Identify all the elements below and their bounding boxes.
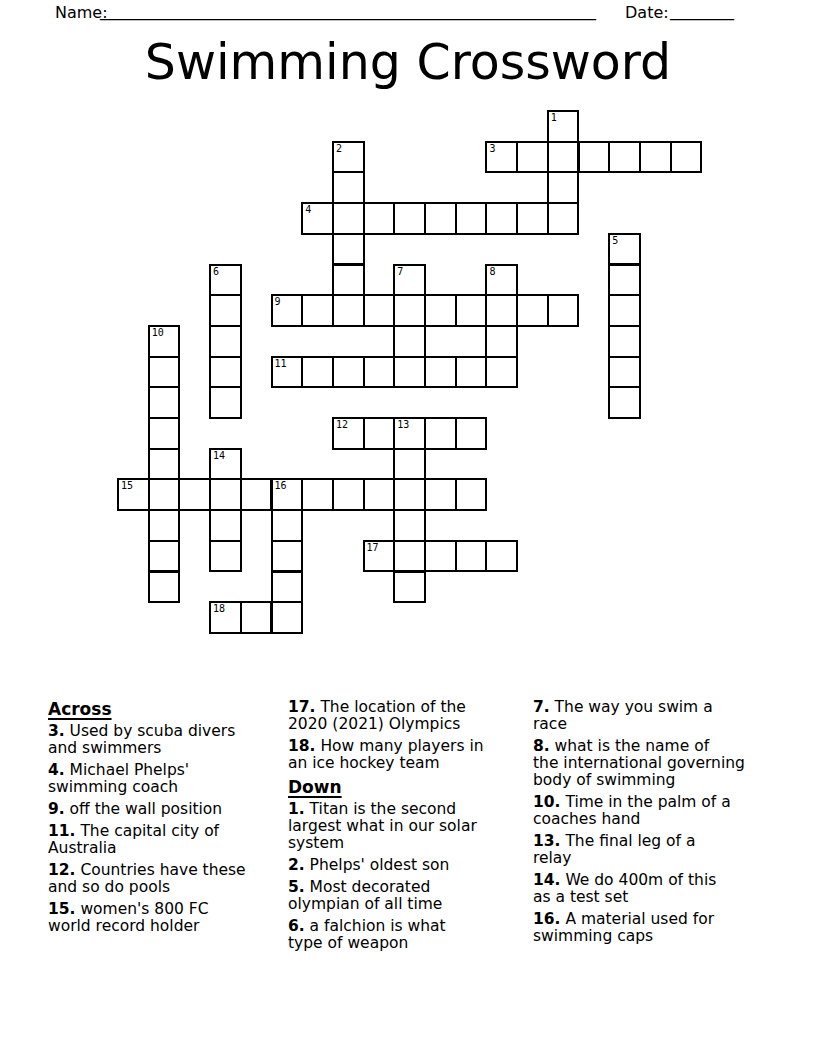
grid-cell-7-10[interactable]: 12 <box>332 417 365 450</box>
cell-number-14: 14 <box>213 450 225 462</box>
grid-cell-8-8[interactable] <box>363 356 396 389</box>
grid-cell-7-1[interactable]: 2 <box>332 141 365 174</box>
grid-cell-17-1[interactable] <box>639 141 672 174</box>
grid-cell-12-5[interactable]: 8 <box>485 264 518 297</box>
grid-cell-6-8[interactable] <box>301 356 334 389</box>
grid-cell-16-8[interactable] <box>608 356 641 389</box>
grid-cell-10-12[interactable] <box>424 478 457 511</box>
clue-1: 1. Titan is the second largest what in o… <box>288 801 528 852</box>
grid-cell-5-14[interactable] <box>271 540 304 573</box>
clue-column-1: Across3. Used by scuba divers and swimme… <box>48 699 286 940</box>
clue-3: 3. Used by scuba divers and swimmers <box>48 723 286 757</box>
clue-column-3: 7. The way you swim a race8. what is the… <box>533 699 805 950</box>
clue-number: 7. <box>533 698 550 716</box>
clue-11: 11. The capital city of Australia <box>48 823 286 857</box>
grid-cell-14-3[interactable] <box>547 202 580 235</box>
clue-2: 2. Phelps' oldest son <box>288 857 528 874</box>
grid-cell-9-8[interactable] <box>393 356 426 389</box>
grid-cell-16-1[interactable] <box>608 141 641 174</box>
grid-cell-13-6[interactable] <box>516 294 549 327</box>
clue-5: 5. Most decorated olympian of all time <box>288 879 528 913</box>
cell-number-1: 1 <box>551 112 557 124</box>
grid-cell-1-9[interactable] <box>148 386 181 419</box>
cell-number-18: 18 <box>213 603 225 615</box>
clue-4: 4. Michael Phelps' swimming coach <box>48 762 286 796</box>
grid-cell-3-11[interactable]: 14 <box>209 448 242 481</box>
grid-cell-5-16[interactable] <box>271 601 304 634</box>
grid-cell-7-12[interactable] <box>332 478 365 511</box>
grid-cell-16-5[interactable] <box>608 264 641 297</box>
cell-number-4: 4 <box>305 204 311 216</box>
grid-cell-14-1[interactable] <box>547 141 580 174</box>
grid-cell-11-14[interactable] <box>455 540 488 573</box>
clue-12: 12. Countries have these and so do pools <box>48 862 286 896</box>
clue-number: 14. <box>533 871 560 889</box>
grid-cell-9-14[interactable] <box>393 540 426 573</box>
clue-13: 13. The final leg of a relay <box>533 833 805 867</box>
cell-number-9: 9 <box>275 296 281 308</box>
clue-17: 17. The location of the 2020 (2021) Olym… <box>288 699 528 733</box>
worksheet-page: { "game": "crossword", "title": "Swimmin… <box>0 0 816 1056</box>
grid-cell-7-8[interactable] <box>332 356 365 389</box>
grid-cell-5-15[interactable] <box>271 571 304 604</box>
date-blank-line[interactable]: ________ <box>670 1 734 20</box>
cell-number-13: 13 <box>397 419 409 431</box>
grid-cell-5-13[interactable] <box>271 509 304 542</box>
grid-cell-16-7[interactable] <box>608 325 641 358</box>
grid-cell-7-6[interactable] <box>332 294 365 327</box>
clue-number: 8. <box>533 737 550 755</box>
clue-number: 16. <box>533 910 560 928</box>
clue-number: 2. <box>288 856 305 874</box>
grid-cell-6-3[interactable]: 4 <box>301 202 334 235</box>
grid-cell-11-6[interactable] <box>455 294 488 327</box>
clue-number: 1. <box>288 800 305 818</box>
grid-cell-2-12[interactable] <box>178 478 211 511</box>
cell-number-3: 3 <box>489 143 495 155</box>
grid-cell-5-6[interactable]: 9 <box>271 294 304 327</box>
cell-number-5: 5 <box>612 235 618 247</box>
grid-cell-5-12[interactable]: 16 <box>271 478 304 511</box>
grid-cell-1-14[interactable] <box>148 540 181 573</box>
clue-number: 6. <box>288 917 305 935</box>
grid-cell-3-16[interactable]: 18 <box>209 601 242 634</box>
grid-cell-3-8[interactable] <box>209 356 242 389</box>
grid-cell-8-10[interactable] <box>363 417 396 450</box>
grid-cell-12-7[interactable] <box>485 325 518 358</box>
cell-number-11: 11 <box>275 358 287 370</box>
grid-cell-9-11[interactable] <box>393 448 426 481</box>
clue-number: 11. <box>48 822 75 840</box>
grid-cell-6-12[interactable] <box>301 478 334 511</box>
clue-number: 5. <box>288 878 305 896</box>
grid-cell-10-8[interactable] <box>424 356 457 389</box>
grid-cell-3-7[interactable] <box>209 325 242 358</box>
grid-cell-10-14[interactable] <box>424 540 457 573</box>
grid-cell-12-1[interactable]: 3 <box>485 141 518 174</box>
grid-cell-10-10[interactable] <box>424 417 457 450</box>
grid-cell-9-6[interactable] <box>393 294 426 327</box>
cell-number-16: 16 <box>275 480 287 492</box>
grid-cell-6-6[interactable] <box>301 294 334 327</box>
cell-number-12: 12 <box>336 419 348 431</box>
grid-cell-9-5[interactable]: 7 <box>393 264 426 297</box>
grid-cell-0-12[interactable]: 15 <box>117 478 150 511</box>
cell-number-6: 6 <box>213 266 219 278</box>
cell-number-17: 17 <box>367 542 379 554</box>
grid-cell-11-8[interactable] <box>455 356 488 389</box>
grid-cell-3-14[interactable] <box>209 540 242 573</box>
grid-cell-1-8[interactable] <box>148 356 181 389</box>
clue-9: 9. off the wall position <box>48 801 286 818</box>
name-blank-line[interactable]: ________________________________________… <box>100 1 596 20</box>
grid-cell-15-1[interactable] <box>578 141 611 174</box>
grid-cell-11-3[interactable] <box>455 202 488 235</box>
clue-number: 3. <box>48 722 65 740</box>
clue-number: 10. <box>533 793 560 811</box>
grid-cell-1-15[interactable] <box>148 571 181 604</box>
grid-cell-4-16[interactable] <box>240 601 273 634</box>
cell-number-15: 15 <box>121 480 133 492</box>
grid-cell-7-5[interactable] <box>332 264 365 297</box>
grid-cell-8-3[interactable] <box>363 202 396 235</box>
grid-cell-9-13[interactable] <box>393 509 426 542</box>
grid-cell-3-12[interactable] <box>209 478 242 511</box>
clue-number: 17. <box>288 698 315 716</box>
clue-number: 4. <box>48 761 65 779</box>
grid-cell-8-12[interactable] <box>363 478 396 511</box>
clue-number: 18. <box>288 737 315 755</box>
grid-cell-1-13[interactable] <box>148 509 181 542</box>
clues-heading-down: Down <box>288 777 528 797</box>
clue-column-2: 17. The location of the 2020 (2021) Olym… <box>288 699 528 957</box>
clue-15: 15. women's 800 FC world record holder <box>48 901 286 935</box>
grid-cell-3-9[interactable] <box>209 386 242 419</box>
grid-cell-16-4[interactable]: 5 <box>608 233 641 266</box>
clue-6: 6. a falchion is what type of weapon <box>288 918 528 952</box>
clue-number: 15. <box>48 900 75 918</box>
grid-cell-12-6[interactable] <box>485 294 518 327</box>
clue-number: 9. <box>48 800 65 818</box>
grid-cell-3-6[interactable] <box>209 294 242 327</box>
date-label: Date: <box>625 3 669 22</box>
grid-cell-8-14[interactable]: 17 <box>363 540 396 573</box>
clue-16: 16. A material used for swimming caps <box>533 911 805 945</box>
grid-cell-14-6[interactable] <box>547 294 580 327</box>
clue-number: 13. <box>533 832 560 850</box>
grid-cell-16-9[interactable] <box>608 386 641 419</box>
clue-14: 14. We do 400m of this as a test set <box>533 872 805 906</box>
crossword-grid: 123456789101112131415161718 <box>117 110 701 632</box>
clue-18: 18. How many players in an ice hockey te… <box>288 738 528 772</box>
grid-cell-13-3[interactable] <box>516 202 549 235</box>
clue-8: 8. what is the name of the international… <box>533 738 805 789</box>
grid-cell-7-4[interactable] <box>332 233 365 266</box>
grid-cell-12-14[interactable] <box>485 540 518 573</box>
grid-cell-14-2[interactable] <box>547 171 580 204</box>
grid-cell-16-6[interactable] <box>608 294 641 327</box>
grid-cell-12-3[interactable] <box>485 202 518 235</box>
cell-number-2: 2 <box>336 143 342 155</box>
grid-cell-18-1[interactable] <box>670 141 703 174</box>
page-title: Swimming Crossword <box>0 33 816 93</box>
grid-cell-9-12[interactable] <box>393 478 426 511</box>
grid-cell-7-3[interactable] <box>332 202 365 235</box>
cell-number-7: 7 <box>397 266 403 278</box>
grid-cell-13-1[interactable] <box>516 141 549 174</box>
grid-cell-10-6[interactable] <box>424 294 457 327</box>
cell-number-8: 8 <box>489 266 495 278</box>
cell-number-10: 10 <box>152 327 164 339</box>
grid-cell-11-10[interactable] <box>455 417 488 450</box>
grid-cell-3-5[interactable]: 6 <box>209 264 242 297</box>
grid-cell-1-7[interactable]: 10 <box>148 325 181 358</box>
clue-7: 7. The way you swim a race <box>533 699 805 733</box>
grid-cell-7-2[interactable] <box>332 171 365 204</box>
clue-10: 10. Time in the palm of a coaches hand <box>533 794 805 828</box>
clues-heading-across: Across <box>48 699 286 719</box>
grid-cell-10-3[interactable] <box>424 202 457 235</box>
grid-cell-11-12[interactable] <box>455 478 488 511</box>
grid-cell-9-3[interactable] <box>393 202 426 235</box>
grid-cell-8-6[interactable] <box>363 294 396 327</box>
grid-cell-12-8[interactable] <box>485 356 518 389</box>
grid-cell-1-12[interactable] <box>148 478 181 511</box>
grid-cell-9-15[interactable] <box>393 571 426 604</box>
grid-cell-1-10[interactable] <box>148 417 181 450</box>
grid-cell-9-10[interactable]: 13 <box>393 417 426 450</box>
clue-number: 12. <box>48 861 75 879</box>
grid-cell-14-0[interactable]: 1 <box>547 110 580 143</box>
grid-cell-9-7[interactable] <box>393 325 426 358</box>
grid-cell-5-8[interactable]: 11 <box>271 356 304 389</box>
grid-cell-3-13[interactable] <box>209 509 242 542</box>
grid-cell-1-11[interactable] <box>148 448 181 481</box>
grid-cell-4-12[interactable] <box>240 478 273 511</box>
